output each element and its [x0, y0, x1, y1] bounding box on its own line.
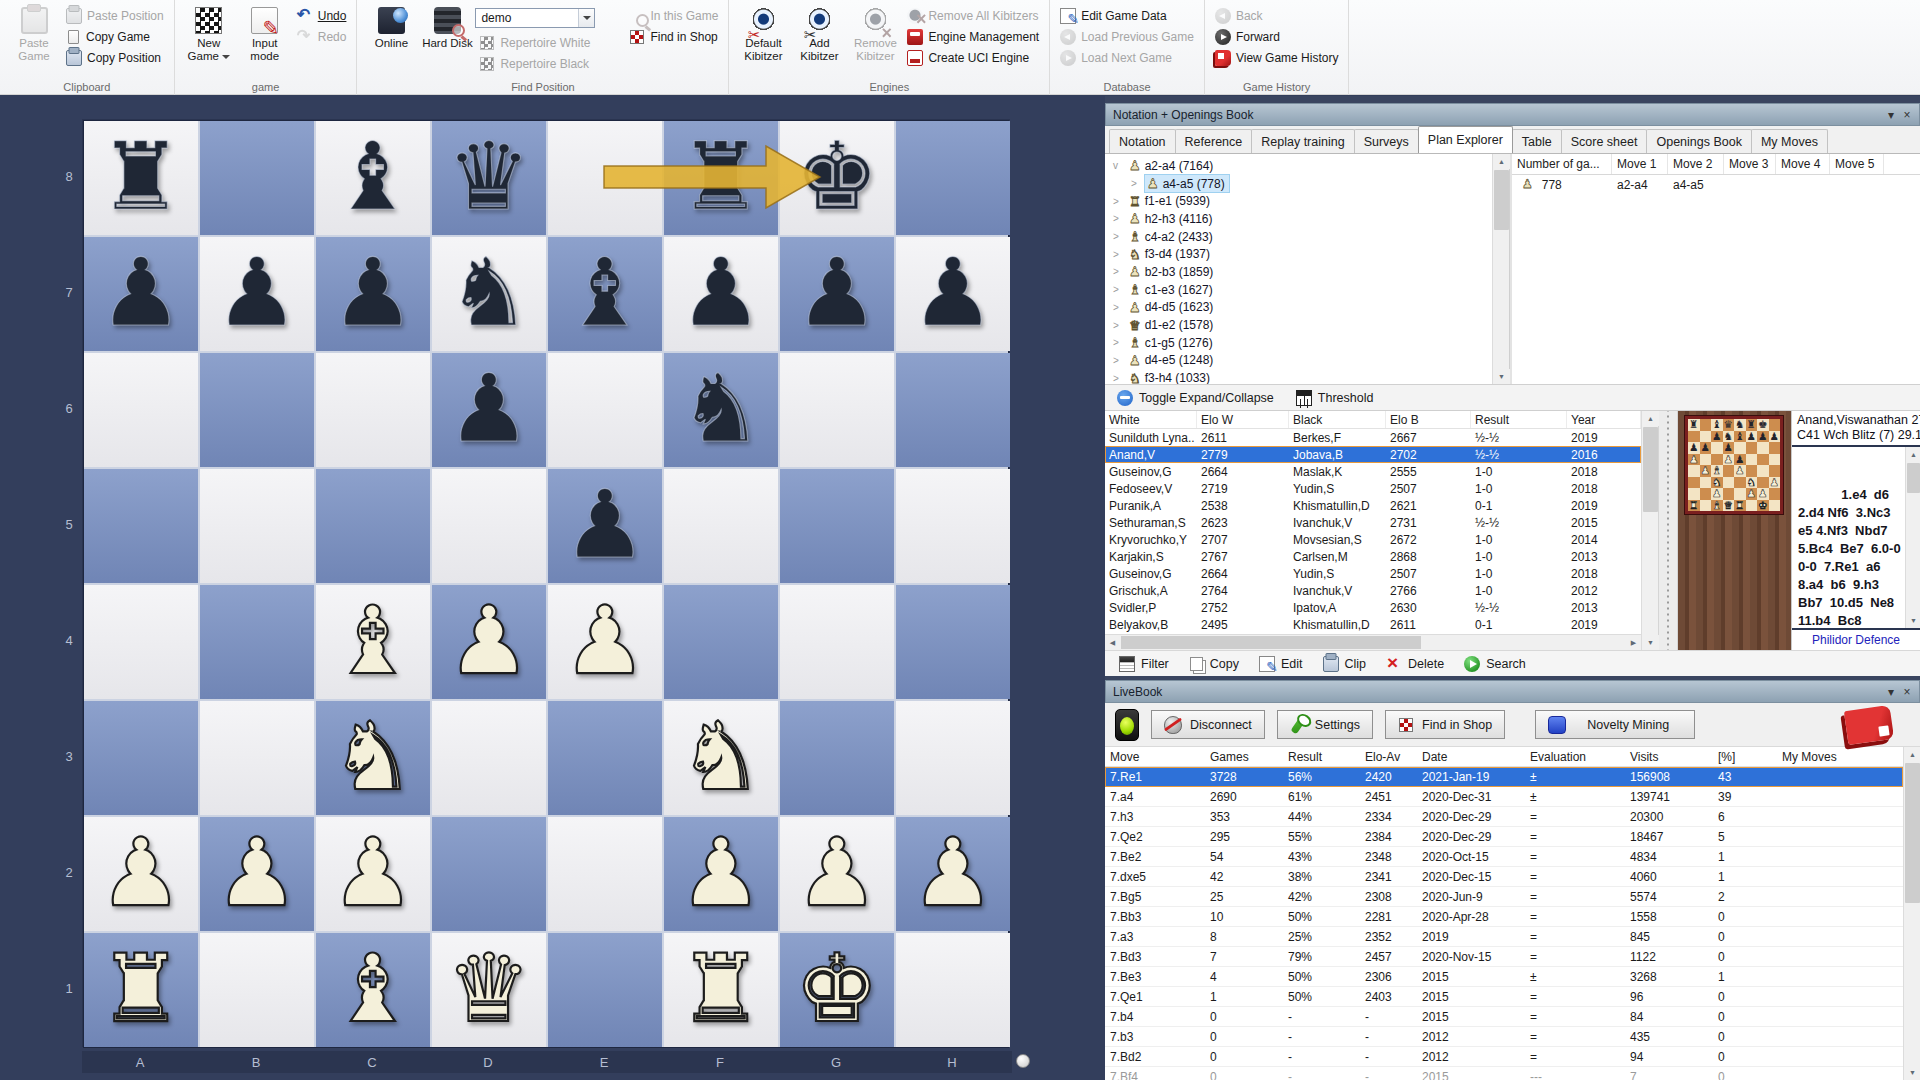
white-pawn: ♟ [1723, 454, 1735, 466]
search-icon [1464, 656, 1480, 672]
lb-move: 7.h3 [1105, 807, 1205, 826]
mini-square-a6: ♟ [1688, 442, 1700, 454]
white-pawn: ♟ [200, 817, 314, 929]
livebook-row[interactable]: 7.Bf4 0 - - 2015 --- 7 0 [1105, 1067, 1903, 1080]
board-square-h3[interactable] [896, 701, 1010, 815]
tree-scrollbar[interactable]: ▲ ▼ [1492, 154, 1509, 384]
game-row[interactable]: Guseinov,G 2664 Yudin,S 2507 1-0 2018 [1105, 565, 1641, 582]
panel-close-icon[interactable]: × [1899, 107, 1915, 123]
livebook-header-cell[interactable]: [%] [1713, 747, 1777, 766]
livebook-row[interactable]: 7.Qe2 295 55% 2384 2020-Dec-29 = 18467 5 [1105, 827, 1903, 847]
filter-toolbar: Filter Copy Edit Clip Delete Search [1105, 650, 1920, 676]
scroll-up-icon[interactable]: ▲ [1904, 747, 1920, 762]
chevron-icon[interactable]: > [1131, 178, 1145, 189]
tree-item-label: d4-d5 (1623) [1145, 300, 1214, 314]
lb-result: - [1283, 1027, 1360, 1046]
board-square-b4[interactable] [200, 585, 314, 699]
board-square-b2[interactable]: ♟ [200, 817, 314, 931]
livebook-row[interactable]: 7.dxe5 42 38% 2341 2020-Dec-15 = 4060 1 [1105, 867, 1903, 887]
board-square-c8[interactable]: ♝ [316, 121, 430, 235]
forward-icon [1215, 29, 1231, 45]
copy-position-button[interactable]: Copy Position [62, 49, 168, 67]
tree-item[interactable]: > ♟ a4-a5 (778) [1105, 175, 1492, 193]
paste-game-button[interactable]: Paste Game [6, 4, 62, 70]
lb-percent: 39 [1713, 787, 1777, 806]
lb-date: 2020-Jun-9 [1417, 887, 1525, 906]
chevron-icon[interactable]: > [1113, 355, 1127, 366]
board-square-d3[interactable] [432, 701, 546, 815]
delete-button[interactable]: Delete [1386, 656, 1444, 672]
black-pawn: ♟ [1723, 442, 1735, 454]
game-row[interactable]: Kryvoruchko,Y 2707 Movsesian,S 2672 1-0 … [1105, 531, 1641, 548]
engine-management-icon [907, 29, 923, 45]
board-square-f7[interactable]: ♟ [664, 237, 778, 351]
livebook-row[interactable]: 7.Re1 3728 56% 2420 2021-Jan-19 ± 156908… [1105, 767, 1903, 787]
board-square-h1[interactable] [896, 933, 1010, 1047]
lb-visits: 1122 [1625, 947, 1713, 966]
board-square-h8[interactable] [896, 121, 1010, 235]
livebook-row[interactable]: 7.a3 8 25% 2352 2019 = 845 0 [1105, 927, 1903, 947]
paste-position-button[interactable]: Paste Position [62, 7, 168, 25]
board-square-b1[interactable] [200, 933, 314, 1047]
plan-moves-header-cell[interactable]: Move 5 [1830, 154, 1884, 174]
chevron-icon[interactable]: v [1113, 160, 1127, 171]
board-square-f2[interactable]: ♟ [664, 817, 778, 931]
default-kibitzer-button[interactable]: Default Kibitzer [735, 4, 791, 70]
games-header-cell[interactable]: Result [1471, 411, 1567, 428]
livebook-row[interactable]: 7.h3 353 44% 2334 2020-Dec-29 = 20300 6 [1105, 807, 1903, 827]
copy-game-button[interactable]: Copy Game [62, 28, 168, 46]
scroll-up-icon[interactable]: ▲ [1493, 154, 1510, 169]
board-square-g8[interactable]: ♚ [780, 121, 894, 235]
board-square-h4[interactable] [896, 585, 1010, 699]
white-rook: ♜ [664, 933, 778, 1045]
board-square-g6[interactable] [780, 353, 894, 467]
plan-moves-header-cell[interactable]: Number of ga... [1512, 154, 1612, 174]
disconnect-button[interactable]: Disconnect [1151, 710, 1265, 739]
game-elo-black: 2507 [1386, 480, 1471, 497]
livebook-header-cell[interactable]: Evaluation [1525, 747, 1625, 766]
games-header-cell[interactable]: Year [1567, 411, 1641, 428]
remove-kibitzer-button[interactable]: Remove Kibitzer [847, 4, 903, 70]
game-elo-white: 2764 [1197, 582, 1289, 599]
combo-arrow-icon[interactable] [578, 9, 594, 27]
board-square-g2[interactable]: ♟ [780, 817, 894, 931]
tab[interactable]: Plan Explorer [1418, 126, 1513, 153]
tree-item-label: c1-g5 (1276) [1145, 336, 1213, 350]
file-label: G [779, 1051, 893, 1073]
novelty-mining-button[interactable]: Novelty Mining [1535, 710, 1695, 739]
plan-explorer-toolbar: Toggle Expand/Collapse Threshold [1105, 385, 1920, 411]
toggle-expand-collapse-icon [1117, 390, 1133, 406]
chevron-icon[interactable]: > [1113, 249, 1127, 260]
board-square-f8[interactable]: ♜ [664, 121, 778, 235]
new-game-button[interactable]: New Game [181, 4, 237, 70]
livebook-titlebar[interactable]: LiveBook ▾ × [1105, 680, 1920, 703]
board-square-e4[interactable]: ♟ [548, 585, 662, 699]
board-square-f1[interactable]: ♜ [664, 933, 778, 1047]
game-year: 2013 [1567, 599, 1641, 616]
board-square-c4[interactable]: ♝ [316, 585, 430, 699]
lb-my-moves [1777, 847, 1903, 866]
scroll-up-icon[interactable]: ▲ [1906, 447, 1920, 462]
tree-item-label: a4-a5 (778) [1163, 177, 1225, 191]
board-square-c7[interactable]: ♟ [316, 237, 430, 351]
board-square-g7[interactable]: ♟ [780, 237, 894, 351]
clip-button[interactable]: Clip [1323, 656, 1367, 672]
board-square-c3[interactable]: ♞ [316, 701, 430, 815]
lb-my-moves [1777, 1007, 1903, 1026]
game-row[interactable]: Guseinov,G 2664 Maslak,K 2555 1-0 2018 [1105, 463, 1641, 480]
game-row[interactable]: Sethuraman,S 2623 Ivanchuk,V 2731 ½-½ 20… [1105, 514, 1641, 531]
board-square-d2[interactable] [432, 817, 546, 931]
livebook-row[interactable]: 7.b3 0 - - 2012 = 435 0 [1105, 1027, 1903, 1047]
mini-square-g1: ♚ [1757, 500, 1769, 512]
game-row[interactable]: Sunilduth Lyna.. 2611 Berkes,F 2667 ½-½ … [1105, 429, 1641, 446]
scroll-thumb[interactable] [1121, 636, 1421, 649]
search-button[interactable]: Search [1464, 656, 1526, 672]
input-mode-button[interactable]: Input mode [237, 4, 293, 70]
board-square-c2[interactable]: ♟ [316, 817, 430, 931]
lb-games: 42 [1205, 867, 1283, 886]
board-square-e7[interactable]: ♝ [548, 237, 662, 351]
tree-item[interactable]: > ♝ c4-a2 (2433) [1105, 228, 1492, 246]
chevron-icon[interactable]: > [1113, 373, 1127, 384]
board-square-a4[interactable] [84, 585, 198, 699]
lb-percent: 0 [1713, 1047, 1777, 1066]
games-scrollbar[interactable]: ▲ ▼ [1641, 411, 1658, 650]
board-square-b3[interactable] [200, 701, 314, 815]
notation-scrollbar[interactable]: ▲ ▼ [1905, 447, 1920, 628]
livebook-header-cell[interactable]: Result [1283, 747, 1360, 766]
board-square-d7[interactable]: ♞ [432, 237, 546, 351]
tree-item-label: d1-e2 (1578) [1145, 318, 1214, 332]
mini-square-e6 [1734, 442, 1746, 454]
board-square-g5[interactable] [780, 469, 894, 583]
game-white: Guseinov,G [1105, 463, 1197, 480]
chevron-icon[interactable]: > [1113, 284, 1127, 295]
board-square-f6[interactable]: ♞ [664, 353, 778, 467]
tree-item-label: f1-e1 (5939) [1145, 194, 1210, 208]
game-year: 2018 [1567, 565, 1641, 582]
game-info-pane: Anand,Viswanathan 277 C41 Wch Blitz (7) … [1791, 411, 1920, 650]
piece-icon: ♟ [1147, 177, 1159, 190]
game-row[interactable]: Puranik,A 2538 Khismatullin,D 2621 0-1 2… [1105, 497, 1641, 514]
back-button[interactable]: Back [1211, 7, 1342, 25]
games-table-body: Sunilduth Lyna.. 2611 Berkes,F 2667 ½-½ … [1105, 429, 1641, 633]
game-elo-white: 2752 [1197, 599, 1289, 616]
chevron-icon[interactable]: > [1113, 196, 1127, 207]
board-square-a1[interactable]: ♜ [84, 933, 198, 1047]
lb-date: 2021-Jan-19 [1417, 767, 1525, 786]
livebook-row[interactable]: 7.Be3 4 50% 2306 2015 ± 3268 1 [1105, 967, 1903, 987]
tree-item[interactable]: > ♞ f3-h4 (1033) [1105, 369, 1492, 384]
create-uci-engine-button[interactable]: Create UCI Engine [903, 49, 1043, 67]
tree-item[interactable]: > ♟ d4-d5 (1623) [1105, 299, 1492, 317]
move-token[interactable]: 1.e4 d6 2.d4 Nf6 3.Nc3 e5 4.Nf3 Nbd7 5.B… [1798, 487, 1904, 628]
game-row[interactable]: Svidler,P 2752 Ipatov,A 2630 ½-½ 2013 [1105, 599, 1641, 616]
chevron-icon[interactable]: > [1113, 320, 1127, 331]
tab[interactable]: My Moves [1751, 129, 1828, 153]
livebook-header-cell[interactable]: Date [1417, 747, 1525, 766]
tree-item[interactable]: > ♟ b2-b3 (1859) [1105, 263, 1492, 281]
board-square-f5[interactable] [664, 469, 778, 583]
lb-my-moves [1777, 787, 1903, 806]
lb-visits: 4834 [1625, 847, 1713, 866]
load-previous-game-label: Load Previous Game [1081, 30, 1194, 44]
find-in-shop-button[interactable]: Find in Shop [625, 28, 722, 46]
panel-collapse-icon[interactable]: ▾ [1883, 684, 1899, 700]
board-square-a8[interactable]: ♜ [84, 121, 198, 235]
engine-management-button[interactable]: Engine Management [903, 28, 1043, 46]
find-in-shop-button[interactable]: Find in Shop [1385, 710, 1505, 739]
tab[interactable]: Table [1512, 129, 1562, 153]
livebook-header-cell[interactable]: Elo-Av [1360, 747, 1417, 766]
board-square-e8[interactable] [548, 121, 662, 235]
lb-date: 2020-Oct-15 [1417, 847, 1525, 866]
mini-square-f2: ♟ [1746, 488, 1758, 500]
scroll-left-icon[interactable]: ◀ [1105, 635, 1120, 650]
lb-elo-av: 2341 [1360, 867, 1417, 886]
board-square-c5[interactable] [316, 469, 430, 583]
board-square-c6[interactable] [316, 353, 430, 467]
settings-button[interactable]: Settings [1277, 710, 1373, 739]
lb-result: - [1283, 1007, 1360, 1026]
livebook-header-cell[interactable]: Visits [1625, 747, 1713, 766]
black-queen: ♛ [1723, 419, 1735, 431]
redo-button[interactable]: Redo [293, 28, 351, 46]
game-row[interactable]: Grischuk,A 2764 Ivanchuk,V 2766 1-0 2012 [1105, 582, 1641, 599]
plan-moves-header-cell[interactable]: Move 4 [1776, 154, 1830, 174]
chess-board[interactable]: ♜♝♛♜♚♟♟♟♞♝♟♟♟♟♞♟♝♟♟♞♞♟♟♟♟♟♟♜♝♛♜♚ [82, 119, 1010, 1047]
games-header-cell[interactable]: Elo W [1197, 411, 1289, 428]
game-row[interactable]: Fedoseev,V 2719 Yudin,S 2507 1-0 2018 [1105, 480, 1641, 497]
mini-square-h3: ♟ [1769, 477, 1781, 489]
tab[interactable]: Replay training [1251, 129, 1354, 153]
board-square-e2[interactable] [548, 817, 662, 931]
livebook-row[interactable]: 7.Bd2 0 - - 2012 = 94 0 [1105, 1047, 1903, 1067]
hard-disk-icon [434, 7, 461, 34]
board-square-g3[interactable] [780, 701, 894, 815]
livebook-row[interactable]: 7.Bg5 25 42% 2308 2020-Jun-9 = 5574 2 [1105, 887, 1903, 907]
game-row[interactable]: Belyakov,B 2495 Khismatullin,D 2611 0-1 … [1105, 616, 1641, 633]
white-pawn: ♟ [432, 585, 546, 697]
board-square-h6[interactable] [896, 353, 1010, 467]
toggle-expand-collapse-button[interactable]: Toggle Expand/Collapse [1117, 390, 1274, 406]
games-header-cell[interactable]: Elo B [1386, 411, 1471, 428]
board-square-h2[interactable]: ♟ [896, 817, 1010, 931]
in-this-game-button[interactable]: In this Game [625, 7, 722, 25]
scroll-up-icon[interactable]: ▲ [1642, 411, 1659, 426]
board-square-g1[interactable]: ♚ [780, 933, 894, 1047]
board-square-d4[interactable]: ♟ [432, 585, 546, 699]
lb-result: - [1283, 1047, 1360, 1066]
board-square-d8[interactable]: ♛ [432, 121, 546, 235]
board-square-e1[interactable] [548, 933, 662, 1047]
livebook-panel: LiveBook ▾ × Disconnect Settings Find in… [1105, 680, 1920, 1080]
board-square-f3[interactable]: ♞ [664, 701, 778, 815]
black-pawn: ♟ [316, 237, 430, 349]
black-pawn: ♟ [548, 469, 662, 581]
tree-item[interactable]: > ♟ h2-h3 (4116) [1105, 210, 1492, 228]
lb-percent: 0 [1713, 987, 1777, 1006]
scroll-thumb[interactable] [1643, 427, 1658, 512]
undo-button[interactable]: Undo [293, 7, 351, 25]
plan-moves-header-cell[interactable]: Move 3 [1724, 154, 1776, 174]
board-square-d1[interactable]: ♛ [432, 933, 546, 1047]
livebook-row[interactable]: 7.Bd3 7 79% 2457 2020-Nov-15 = 1122 0 [1105, 947, 1903, 967]
file-label: A [83, 1051, 197, 1073]
white-king: ♚ [780, 933, 894, 1045]
chevron-icon[interactable]: > [1113, 231, 1127, 242]
chevron-icon[interactable]: > [1113, 266, 1127, 277]
scroll-thumb[interactable] [1905, 763, 1920, 903]
board-square-a7[interactable]: ♟ [84, 237, 198, 351]
tree-item[interactable]: > ♝ c1-e3 (1627) [1105, 281, 1492, 299]
board-square-d5[interactable] [432, 469, 546, 583]
rank-label: 4 [58, 583, 80, 697]
mini-square-f5 [1746, 454, 1758, 466]
board-square-a6[interactable] [84, 353, 198, 467]
lb-evaluation: = [1525, 927, 1625, 946]
game-row[interactable]: Karjakin,S 2767 Carlsen,M 2868 1-0 2013 [1105, 548, 1641, 565]
tab[interactable]: Openings Book [1646, 129, 1751, 153]
mini-square-d8: ♛ [1723, 419, 1735, 431]
livebook-row[interactable]: 7.b4 0 - - 2015 = 84 0 [1105, 1007, 1903, 1027]
plan-moves-row[interactable]: ♟778 a2-a4 a4-a5 [1512, 175, 1920, 194]
tree-item[interactable]: > ♞ f3-d4 (1937) [1105, 245, 1492, 263]
tree-item[interactable]: > ♝ c1-g5 (1276) [1105, 334, 1492, 352]
forward-button[interactable]: Forward [1211, 28, 1342, 46]
scroll-down-icon[interactable]: ▼ [1493, 369, 1510, 384]
game-elo-white: 2719 [1197, 480, 1289, 497]
livebook-header-cell[interactable]: Move [1105, 747, 1205, 766]
board-square-b5[interactable] [200, 469, 314, 583]
copy-button[interactable]: Copy [1189, 656, 1239, 672]
filter-button[interactable]: Filter [1119, 656, 1169, 672]
chevron-icon[interactable]: > [1113, 302, 1127, 313]
load-next-game-button[interactable]: Load Next Game [1056, 49, 1198, 67]
livebook-header-cell[interactable]: My Moves [1777, 747, 1903, 766]
plan-moves-header-cell[interactable]: Move 1 [1612, 154, 1668, 174]
ribbon-group-engines: Default Kibitzer Add Kibitzer Remove Kib… [729, 0, 1050, 95]
chevron-icon[interactable]: > [1113, 337, 1127, 348]
lb-games: 0 [1205, 1027, 1283, 1046]
lb-games: 8 [1205, 927, 1283, 946]
game-elo-black: 2731 [1386, 514, 1471, 531]
notation-moves[interactable]: 1.e4 d6 2.d4 Nf6 3.Nc3 e5 4.Nf3 Nbd7 5.B… [1792, 447, 1905, 628]
tab[interactable]: Surveys [1354, 129, 1419, 153]
scroll-down-icon[interactable]: ▼ [1642, 635, 1659, 650]
board-square-b7[interactable]: ♟ [200, 237, 314, 351]
board-square-e3[interactable] [548, 701, 662, 815]
scroll-down-icon[interactable]: ▼ [1906, 613, 1920, 628]
panel-collapse-icon[interactable]: ▾ [1883, 107, 1899, 123]
board-square-h5[interactable] [896, 469, 1010, 583]
edit-button[interactable]: Edit [1259, 656, 1303, 672]
mini-square-g4 [1757, 465, 1769, 477]
copy-game-label: Copy Game [86, 30, 150, 44]
scroll-thumb[interactable] [1494, 170, 1509, 230]
repertoire-white-button[interactable]: Repertoire White [475, 34, 625, 52]
tree-item[interactable]: v ♟ a2-a4 (7164) [1105, 157, 1492, 175]
tab-label: Plan Explorer [1428, 133, 1503, 147]
tree-item[interactable]: > ♛ d1-e2 (1578) [1105, 316, 1492, 334]
rank-label: 2 [58, 815, 80, 929]
chevron-icon[interactable]: > [1113, 213, 1127, 224]
game-result: ½-½ [1471, 514, 1567, 531]
edit-game-data-button[interactable]: Edit Game Data [1056, 7, 1198, 25]
pane-splitter[interactable] [1658, 411, 1678, 650]
games-header-cell[interactable]: White [1105, 411, 1197, 428]
tree-item[interactable]: > ♟ d4-e5 (1248) [1105, 352, 1492, 370]
board-square-e6[interactable] [548, 353, 662, 467]
online-button[interactable]: Online [363, 4, 419, 70]
scroll-down-icon[interactable]: ▼ [1904, 1065, 1920, 1080]
board-square-f4[interactable] [664, 585, 778, 699]
white-rook: ♜ [1688, 500, 1700, 512]
lb-percent: 0 [1713, 1067, 1777, 1080]
board-square-a5[interactable] [84, 469, 198, 583]
lb-my-moves [1777, 927, 1903, 946]
plan-moves-header-cell[interactable]: Move 2 [1668, 154, 1724, 174]
load-previous-game-button[interactable]: Load Previous Game [1056, 28, 1198, 46]
notation-panel-titlebar[interactable]: Notation + Openings Book ▾ × [1105, 103, 1920, 126]
tab[interactable]: Notation [1109, 129, 1176, 153]
tree-item[interactable]: > ♜ f1-e1 (5939) [1105, 192, 1492, 210]
lb-result: 79% [1283, 947, 1360, 966]
remove-all-kibitzers-button[interactable]: Remove All Kibitzers [903, 7, 1043, 25]
tab[interactable]: Score sheet [1561, 129, 1648, 153]
plan-moves-header: Number of ga...Move 1Move 2Move 3Move 4M… [1512, 154, 1920, 175]
tab[interactable]: Reference [1175, 129, 1253, 153]
livebook-row[interactable]: 7.Bb3 10 50% 2281 2020-Apr-28 = 1558 0 [1105, 907, 1903, 927]
threshold-button[interactable]: Threshold [1296, 390, 1374, 406]
board-square-c1[interactable]: ♝ [316, 933, 430, 1047]
livebook-row[interactable]: 7.a4 2690 61% 2451 2020-Dec-31 ± 139741 … [1105, 787, 1903, 807]
back-label: Back [1236, 9, 1263, 23]
repertoire-black-button[interactable]: Repertoire Black [475, 55, 625, 73]
hard-disk-button[interactable]: Hard Disk [419, 4, 475, 70]
black-queen: ♛ [432, 121, 546, 233]
board-square-b6[interactable] [200, 353, 314, 467]
board-square-h7[interactable]: ♟ [896, 237, 1010, 351]
view-game-history-button[interactable]: View Game History [1211, 49, 1342, 67]
board-square-b8[interactable] [200, 121, 314, 235]
games-header-cell[interactable]: Black [1289, 411, 1386, 428]
add-kibitzer-button[interactable]: Add Kibitzer [791, 4, 847, 70]
board-square-g4[interactable] [780, 585, 894, 699]
board-square-d6[interactable]: ♟ [432, 353, 546, 467]
book-select[interactable]: demo [475, 8, 595, 28]
board-square-a3[interactable] [84, 701, 198, 815]
board-square-e5[interactable]: ♟ [548, 469, 662, 583]
scroll-thumb[interactable] [1907, 463, 1920, 493]
panel-close-icon[interactable]: × [1899, 684, 1915, 700]
livebook-row[interactable]: 7.Be2 54 43% 2348 2020-Oct-15 = 4834 1 [1105, 847, 1903, 867]
livebook-header-cell[interactable]: Games [1205, 747, 1283, 766]
livebook-row[interactable]: 7.Qe1 1 50% 2403 2015 = 96 0 [1105, 987, 1903, 1007]
games-horizontal-scrollbar[interactable]: ◀ ▶ [1105, 634, 1641, 650]
scroll-right-icon[interactable]: ▶ [1626, 635, 1641, 650]
lb-my-moves [1777, 967, 1903, 986]
plan-move-1: a2-a4 [1612, 175, 1668, 194]
livebook-scrollbar[interactable]: ▲ ▼ [1903, 747, 1920, 1080]
game-elo-white: 2611 [1197, 429, 1289, 446]
board-square-a2[interactable]: ♟ [84, 817, 198, 931]
game-row[interactable]: Anand,V 2779 Jobava,B 2702 ½-½ 2016 [1105, 446, 1641, 463]
tab-label: My Moves [1761, 135, 1818, 149]
